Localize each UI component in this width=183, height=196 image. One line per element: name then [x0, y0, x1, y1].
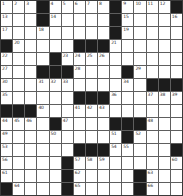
- white-cell[interactable]: 7: [86, 1, 97, 13]
- white-cell[interactable]: [171, 40, 182, 52]
- black-cell: [1, 105, 12, 117]
- clue-number: 32: [51, 79, 56, 84]
- clue-number: 28: [75, 66, 80, 71]
- white-cell[interactable]: [159, 53, 170, 65]
- clue-number: 63: [148, 170, 153, 175]
- white-cell[interactable]: 6: [74, 1, 85, 13]
- white-cell[interactable]: 62: [74, 170, 85, 182]
- black-cell: [171, 144, 182, 156]
- white-cell[interactable]: [171, 183, 182, 195]
- white-cell[interactable]: 27: [1, 66, 12, 78]
- white-cell[interactable]: [134, 14, 145, 26]
- white-cell[interactable]: [122, 105, 133, 117]
- white-cell[interactable]: [159, 105, 170, 117]
- white-cell[interactable]: [159, 66, 170, 78]
- black-cell: [86, 40, 97, 52]
- black-cell: [74, 144, 85, 156]
- white-cell[interactable]: [74, 118, 85, 130]
- black-cell: [62, 170, 73, 182]
- white-cell[interactable]: [110, 66, 121, 78]
- clue-number: 55: [123, 144, 128, 149]
- white-cell[interactable]: [86, 118, 97, 130]
- clue-number: 23: [63, 53, 68, 58]
- black-cell: [134, 170, 145, 182]
- clue-number: 49: [2, 131, 7, 136]
- white-cell[interactable]: [110, 157, 121, 169]
- black-cell: [110, 14, 121, 26]
- white-cell[interactable]: [62, 92, 73, 104]
- white-cell[interactable]: [37, 157, 48, 169]
- clue-number: 42: [87, 105, 92, 110]
- clue-number: 13: [2, 14, 7, 19]
- white-cell[interactable]: [25, 92, 36, 104]
- white-cell[interactable]: [37, 170, 48, 182]
- black-cell: [74, 40, 85, 52]
- white-cell[interactable]: 35: [1, 92, 12, 104]
- black-cell: [110, 27, 121, 39]
- white-cell[interactable]: [122, 170, 133, 182]
- clue-number: 35: [2, 92, 7, 97]
- white-cell[interactable]: [62, 14, 73, 26]
- clue-number: 27: [2, 66, 7, 71]
- white-cell[interactable]: 55: [122, 144, 133, 156]
- black-cell: [134, 118, 145, 130]
- white-cell[interactable]: [86, 79, 97, 91]
- white-cell[interactable]: 12: [159, 1, 170, 13]
- clue-number: 12: [160, 1, 165, 6]
- white-cell[interactable]: 49: [1, 131, 12, 143]
- white-cell[interactable]: [86, 27, 97, 39]
- white-cell[interactable]: [25, 144, 36, 156]
- clue-number: 53: [2, 144, 7, 149]
- white-cell[interactable]: [159, 118, 170, 130]
- white-cell[interactable]: 33: [62, 79, 73, 91]
- black-cell: [25, 105, 36, 117]
- white-cell[interactable]: [171, 118, 182, 130]
- black-cell: [62, 157, 73, 169]
- clue-number: 57: [75, 157, 80, 162]
- white-cell[interactable]: [74, 27, 85, 39]
- white-cell[interactable]: 58: [86, 157, 97, 169]
- black-cell: [62, 183, 73, 195]
- clue-number: 31: [38, 79, 43, 84]
- white-cell[interactable]: [134, 92, 145, 104]
- clue-number: 36: [111, 92, 116, 97]
- black-cell: [37, 66, 48, 78]
- clue-number: 66: [148, 183, 153, 188]
- white-cell[interactable]: [50, 157, 61, 169]
- white-cell[interactable]: [98, 131, 109, 143]
- white-cell[interactable]: 45: [13, 118, 24, 130]
- white-cell[interactable]: 66: [147, 183, 158, 195]
- white-cell[interactable]: [13, 170, 24, 182]
- black-cell: [1, 40, 12, 52]
- black-cell: [50, 53, 61, 65]
- white-cell[interactable]: [62, 131, 73, 143]
- white-cell[interactable]: 21: [110, 40, 121, 52]
- clue-number: 59: [99, 157, 104, 162]
- clue-number: 10: [135, 1, 140, 6]
- white-cell[interactable]: [98, 14, 109, 26]
- white-cell[interactable]: [134, 79, 145, 91]
- clue-number: 58: [87, 157, 92, 162]
- white-cell[interactable]: 19: [122, 27, 133, 39]
- black-cell: [50, 118, 61, 130]
- clue-number: 37: [148, 92, 153, 97]
- white-cell[interactable]: [50, 40, 61, 52]
- white-cell[interactable]: 16: [171, 14, 182, 26]
- clue-number: 62: [75, 170, 80, 175]
- white-cell[interactable]: 39: [171, 92, 182, 104]
- black-cell: [86, 144, 97, 156]
- black-cell: [98, 92, 109, 104]
- white-cell[interactable]: [86, 14, 97, 26]
- black-cell: [86, 92, 97, 104]
- white-cell[interactable]: 61: [1, 170, 12, 182]
- black-cell: [13, 105, 24, 117]
- white-cell[interactable]: 36: [110, 92, 121, 104]
- white-cell[interactable]: [62, 144, 73, 156]
- white-cell[interactable]: 32: [50, 79, 61, 91]
- white-cell[interactable]: 47: [62, 118, 73, 130]
- white-cell[interactable]: [147, 131, 158, 143]
- white-cell[interactable]: 13: [1, 14, 12, 26]
- white-cell[interactable]: 2: [13, 1, 24, 13]
- white-cell[interactable]: [98, 27, 109, 39]
- clue-number: 33: [63, 79, 68, 84]
- white-cell[interactable]: [134, 27, 145, 39]
- clue-number: 64: [14, 183, 19, 188]
- white-cell[interactable]: 1: [1, 1, 12, 13]
- black-cell: [98, 144, 109, 156]
- white-cell[interactable]: [98, 170, 109, 182]
- crossword-board: 1234567891011121314151617181920212223242…: [0, 0, 183, 196]
- white-cell[interactable]: [159, 14, 170, 26]
- clue-number: 24: [75, 53, 80, 58]
- black-cell: [37, 1, 48, 13]
- white-cell[interactable]: 8: [98, 1, 109, 13]
- white-cell[interactable]: 28: [74, 66, 85, 78]
- white-cell[interactable]: 53: [1, 144, 12, 156]
- black-cell: [1, 183, 12, 195]
- white-cell[interactable]: [134, 157, 145, 169]
- black-cell: [98, 40, 109, 52]
- white-cell[interactable]: 11: [147, 1, 158, 13]
- white-cell[interactable]: [159, 183, 170, 195]
- clue-number: 8: [99, 1, 102, 6]
- white-cell[interactable]: [13, 131, 24, 143]
- white-cell[interactable]: [147, 144, 158, 156]
- white-cell[interactable]: [25, 131, 36, 143]
- white-cell[interactable]: 52: [134, 131, 145, 143]
- crossword-grid: 1234567891011121314151617181920212223242…: [0, 0, 183, 196]
- white-cell[interactable]: [13, 92, 24, 104]
- white-cell[interactable]: 40: [37, 105, 48, 117]
- white-cell[interactable]: [86, 131, 97, 143]
- white-cell[interactable]: [25, 79, 36, 91]
- white-cell[interactable]: 44: [1, 118, 12, 130]
- white-cell[interactable]: 38: [159, 92, 170, 104]
- white-cell[interactable]: [25, 40, 36, 52]
- white-cell[interactable]: [86, 170, 97, 182]
- white-cell[interactable]: [122, 53, 133, 65]
- white-cell[interactable]: [159, 170, 170, 182]
- white-cell[interactable]: [98, 79, 109, 91]
- black-cell: [171, 1, 182, 13]
- black-cell: [134, 183, 145, 195]
- white-cell[interactable]: [74, 131, 85, 143]
- black-cell: [50, 66, 61, 78]
- clue-number: 7: [87, 1, 90, 6]
- white-cell[interactable]: [62, 105, 73, 117]
- white-cell[interactable]: [25, 14, 36, 26]
- white-cell[interactable]: [134, 53, 145, 65]
- white-cell[interactable]: [13, 27, 24, 39]
- clue-number: 5: [63, 1, 66, 6]
- clue-number: 2: [14, 1, 17, 6]
- white-cell[interactable]: [50, 170, 61, 182]
- clue-number: 29: [135, 66, 140, 71]
- white-cell[interactable]: [86, 183, 97, 195]
- white-cell[interactable]: [134, 105, 145, 117]
- white-cell[interactable]: [98, 183, 109, 195]
- clue-number: 3: [26, 1, 29, 6]
- white-cell[interactable]: [147, 14, 158, 26]
- white-cell[interactable]: 54: [110, 144, 121, 156]
- clue-number: 16: [172, 14, 177, 19]
- clue-number: 51: [111, 131, 116, 136]
- clue-number: 54: [111, 144, 116, 149]
- white-cell[interactable]: [50, 105, 61, 117]
- white-cell[interactable]: 24: [74, 53, 85, 65]
- white-cell[interactable]: 43: [98, 105, 109, 117]
- white-cell[interactable]: [110, 105, 121, 117]
- clue-number: 43: [99, 105, 104, 110]
- white-cell[interactable]: 65: [74, 183, 85, 195]
- white-cell[interactable]: [134, 40, 145, 52]
- white-cell[interactable]: 4: [50, 1, 61, 13]
- white-cell[interactable]: 59: [98, 157, 109, 169]
- clue-number: 6: [75, 1, 78, 6]
- clue-number: 11: [148, 1, 153, 6]
- white-cell[interactable]: [86, 66, 97, 78]
- white-cell[interactable]: [25, 66, 36, 78]
- white-cell[interactable]: [110, 170, 121, 182]
- white-cell[interactable]: [147, 40, 158, 52]
- white-cell[interactable]: [37, 131, 48, 143]
- white-cell[interactable]: [147, 157, 158, 169]
- clue-number: 41: [75, 105, 80, 110]
- clue-number: 20: [14, 40, 19, 45]
- white-cell[interactable]: [171, 27, 182, 39]
- clue-number: 65: [75, 183, 80, 188]
- white-cell[interactable]: 60: [171, 157, 182, 169]
- white-cell[interactable]: 25: [86, 53, 97, 65]
- white-cell[interactable]: 50: [50, 131, 61, 143]
- white-cell[interactable]: [171, 66, 182, 78]
- clue-number: 60: [172, 157, 177, 162]
- white-cell[interactable]: [50, 183, 61, 195]
- black-cell: [62, 66, 73, 78]
- clue-number: 21: [111, 40, 116, 45]
- white-cell[interactable]: 57: [74, 157, 85, 169]
- white-cell[interactable]: 37: [147, 92, 158, 104]
- white-cell[interactable]: [122, 183, 133, 195]
- white-cell[interactable]: 42: [86, 105, 97, 117]
- white-cell[interactable]: [122, 40, 133, 52]
- clue-number: 34: [123, 79, 128, 84]
- white-cell[interactable]: 18: [37, 27, 48, 39]
- white-cell[interactable]: 14: [50, 14, 61, 26]
- white-cell[interactable]: [159, 144, 170, 156]
- white-cell[interactable]: [110, 53, 121, 65]
- white-cell[interactable]: [122, 92, 133, 104]
- white-cell[interactable]: 56: [1, 157, 12, 169]
- white-cell[interactable]: 23: [62, 53, 73, 65]
- black-cell: [171, 79, 182, 91]
- clue-number: 30: [2, 79, 7, 84]
- white-cell[interactable]: [37, 92, 48, 104]
- white-cell[interactable]: 41: [74, 105, 85, 117]
- white-cell[interactable]: 3: [25, 1, 36, 13]
- white-cell[interactable]: 20: [13, 40, 24, 52]
- black-cell: [37, 14, 48, 26]
- clue-number: 4: [51, 1, 54, 6]
- white-cell[interactable]: [171, 105, 182, 117]
- white-cell[interactable]: [13, 53, 24, 65]
- white-cell[interactable]: [159, 157, 170, 169]
- white-cell[interactable]: 15: [122, 14, 133, 26]
- white-cell[interactable]: [74, 79, 85, 91]
- white-cell[interactable]: [122, 157, 133, 169]
- white-cell[interactable]: [50, 27, 61, 39]
- white-cell[interactable]: 30: [1, 79, 12, 91]
- white-cell[interactable]: 63: [147, 170, 158, 182]
- white-cell[interactable]: [37, 118, 48, 130]
- clue-number: 38: [160, 92, 165, 97]
- clue-number: 47: [63, 118, 68, 123]
- white-cell[interactable]: [25, 27, 36, 39]
- white-cell[interactable]: 48: [147, 118, 158, 130]
- white-cell[interactable]: [171, 131, 182, 143]
- black-cell: [122, 118, 133, 130]
- white-cell[interactable]: [134, 144, 145, 156]
- white-cell[interactable]: [171, 170, 182, 182]
- white-cell[interactable]: [98, 118, 109, 130]
- white-cell[interactable]: [13, 144, 24, 156]
- clue-number: 22: [2, 53, 7, 58]
- white-cell[interactable]: 9: [122, 1, 133, 13]
- clue-number: 52: [135, 131, 140, 136]
- clue-number: 1: [2, 1, 5, 6]
- white-cell[interactable]: [13, 14, 24, 26]
- clue-number: 40: [38, 105, 43, 110]
- white-cell[interactable]: [159, 27, 170, 39]
- white-cell[interactable]: [171, 53, 182, 65]
- black-cell: [122, 131, 133, 143]
- black-cell: [122, 66, 133, 78]
- clue-number: 17: [2, 27, 7, 32]
- white-cell[interactable]: 46: [25, 118, 36, 130]
- white-cell[interactable]: 29: [134, 66, 145, 78]
- white-cell[interactable]: 26: [98, 53, 109, 65]
- white-cell[interactable]: 17: [1, 27, 12, 39]
- white-cell[interactable]: [37, 53, 48, 65]
- white-cell[interactable]: [98, 66, 109, 78]
- white-cell[interactable]: [13, 79, 24, 91]
- black-cell: [159, 79, 170, 91]
- clue-number: 45: [14, 118, 19, 123]
- clue-number: 14: [51, 14, 56, 19]
- white-cell[interactable]: [25, 157, 36, 169]
- white-cell[interactable]: [74, 14, 85, 26]
- white-cell[interactable]: 34: [122, 79, 133, 91]
- clue-number: 50: [51, 131, 56, 136]
- white-cell[interactable]: [62, 40, 73, 52]
- white-cell[interactable]: [147, 105, 158, 117]
- white-cell[interactable]: [110, 79, 121, 91]
- clue-number: 18: [38, 27, 43, 32]
- black-cell: [74, 92, 85, 104]
- black-cell: [147, 79, 158, 91]
- white-cell[interactable]: [13, 157, 24, 169]
- white-cell[interactable]: [50, 92, 61, 104]
- white-cell[interactable]: [50, 144, 61, 156]
- clue-number: 56: [2, 157, 7, 162]
- white-cell[interactable]: [147, 27, 158, 39]
- clue-number: 44: [2, 118, 7, 123]
- white-cell[interactable]: 10: [134, 1, 145, 13]
- clue-number: 61: [2, 170, 7, 175]
- white-cell[interactable]: [147, 66, 158, 78]
- white-cell[interactable]: 64: [13, 183, 24, 195]
- clue-number: 9: [123, 1, 126, 6]
- white-cell[interactable]: [159, 131, 170, 143]
- white-cell[interactable]: [37, 183, 48, 195]
- clue-number: 15: [123, 14, 128, 19]
- white-cell[interactable]: 22: [1, 53, 12, 65]
- white-cell[interactable]: [37, 40, 48, 52]
- white-cell[interactable]: [25, 53, 36, 65]
- white-cell[interactable]: 5: [62, 1, 73, 13]
- black-cell: [110, 118, 121, 130]
- white-cell[interactable]: [25, 170, 36, 182]
- white-cell[interactable]: [62, 27, 73, 39]
- clue-number: 48: [148, 118, 153, 123]
- clue-number: 46: [26, 118, 31, 123]
- clue-number: 39: [172, 92, 177, 97]
- clue-number: 19: [123, 27, 128, 32]
- white-cell[interactable]: 31: [37, 79, 48, 91]
- white-cell[interactable]: [110, 183, 121, 195]
- clue-number: 25: [87, 53, 92, 58]
- white-cell[interactable]: [37, 144, 48, 156]
- white-cell[interactable]: [13, 66, 24, 78]
- white-cell[interactable]: [25, 183, 36, 195]
- clue-number: 26: [99, 53, 104, 58]
- white-cell[interactable]: [159, 40, 170, 52]
- black-cell: [110, 1, 121, 13]
- white-cell[interactable]: [147, 53, 158, 65]
- white-cell[interactable]: 51: [110, 131, 121, 143]
